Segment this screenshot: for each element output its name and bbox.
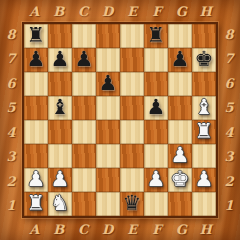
coordinate-label: F — [145, 0, 170, 22]
square-c2[interactable] — [72, 168, 96, 192]
square-c3[interactable] — [72, 144, 96, 168]
square-f7[interactable] — [144, 48, 168, 72]
square-c5[interactable] — [72, 96, 96, 120]
coordinate-label: 1 — [0, 194, 22, 219]
file-labels-top: ABCDEFGH — [22, 0, 218, 22]
square-g2[interactable]: ♚ — [168, 168, 192, 192]
square-g3[interactable]: ♟ — [168, 144, 192, 168]
square-b5[interactable]: ♝ — [48, 96, 72, 120]
piece-white-pawn[interactable]: ♟ — [51, 169, 70, 190]
square-e8[interactable] — [120, 24, 144, 48]
square-g7[interactable]: ♟ — [168, 48, 192, 72]
coordinate-label: 6 — [218, 71, 240, 96]
chess-board: ♜♜♟♟♟♟♚♟♝♟♝♜♟♟♟♟♚♟♜♞♛ — [22, 22, 218, 218]
coordinate-label: 4 — [0, 120, 22, 145]
coordinate-label: H — [194, 218, 219, 240]
square-e2[interactable] — [120, 168, 144, 192]
coordinate-label: A — [22, 218, 47, 240]
square-c4[interactable] — [72, 120, 96, 144]
square-b8[interactable] — [48, 24, 72, 48]
coordinate-label: 3 — [0, 145, 22, 170]
square-a8[interactable]: ♜ — [24, 24, 48, 48]
coordinate-label: 5 — [0, 96, 22, 121]
square-g1[interactable] — [168, 192, 192, 216]
square-c1[interactable] — [72, 192, 96, 216]
square-a1[interactable]: ♜ — [24, 192, 48, 216]
coordinate-label: 8 — [218, 22, 240, 47]
piece-white-pawn[interactable]: ♟ — [27, 169, 46, 190]
piece-black-rook[interactable]: ♜ — [27, 25, 46, 46]
square-g4[interactable] — [168, 120, 192, 144]
coordinate-label: H — [194, 0, 219, 22]
square-b2[interactable]: ♟ — [48, 168, 72, 192]
coordinate-label: E — [120, 218, 145, 240]
piece-black-pawn[interactable]: ♟ — [75, 49, 94, 70]
square-h5[interactable]: ♝ — [192, 96, 216, 120]
square-d7[interactable] — [96, 48, 120, 72]
square-f8[interactable]: ♜ — [144, 24, 168, 48]
rank-labels-right: 87654321 — [218, 22, 240, 218]
piece-white-pawn[interactable]: ♟ — [147, 169, 166, 190]
square-b3[interactable] — [48, 144, 72, 168]
piece-black-pawn[interactable]: ♟ — [171, 49, 190, 70]
coordinate-label: C — [71, 0, 96, 22]
piece-black-pawn[interactable]: ♟ — [147, 97, 166, 118]
square-a3[interactable] — [24, 144, 48, 168]
square-a6[interactable] — [24, 72, 48, 96]
coordinate-label: G — [169, 0, 194, 22]
square-c8[interactable] — [72, 24, 96, 48]
square-d6[interactable]: ♟ — [96, 72, 120, 96]
square-b1[interactable]: ♞ — [48, 192, 72, 216]
coordinate-label: 2 — [218, 169, 240, 194]
square-a5[interactable] — [24, 96, 48, 120]
square-g5[interactable] — [168, 96, 192, 120]
square-h7[interactable]: ♚ — [192, 48, 216, 72]
square-f4[interactable] — [144, 120, 168, 144]
piece-white-pawn[interactable]: ♟ — [195, 169, 214, 190]
coordinate-label: B — [47, 218, 72, 240]
coordinate-label: B — [47, 0, 72, 22]
square-a7[interactable]: ♟ — [24, 48, 48, 72]
square-e1[interactable]: ♛ — [120, 192, 144, 216]
coordinate-label: E — [120, 0, 145, 22]
coordinate-label: 5 — [218, 96, 240, 121]
square-d3[interactable] — [96, 144, 120, 168]
coordinate-label: 3 — [218, 145, 240, 170]
square-e7[interactable] — [120, 48, 144, 72]
square-b7[interactable]: ♟ — [48, 48, 72, 72]
piece-black-rook[interactable]: ♜ — [147, 25, 166, 46]
square-f5[interactable]: ♟ — [144, 96, 168, 120]
coordinate-label: A — [22, 0, 47, 22]
coordinate-label: 7 — [0, 47, 22, 72]
piece-black-pawn[interactable]: ♟ — [27, 49, 46, 70]
square-g8[interactable] — [168, 24, 192, 48]
square-c6[interactable] — [72, 72, 96, 96]
square-a4[interactable] — [24, 120, 48, 144]
piece-black-pawn[interactable]: ♟ — [51, 49, 70, 70]
piece-white-king[interactable]: ♚ — [171, 169, 190, 190]
piece-black-bishop[interactable]: ♝ — [51, 97, 70, 118]
square-f3[interactable] — [144, 144, 168, 168]
piece-black-king[interactable]: ♚ — [195, 49, 214, 70]
square-e5[interactable] — [120, 96, 144, 120]
square-h4[interactable]: ♜ — [192, 120, 216, 144]
square-d5[interactable] — [96, 96, 120, 120]
square-f2[interactable]: ♟ — [144, 168, 168, 192]
square-f1[interactable] — [144, 192, 168, 216]
coordinate-label: F — [145, 218, 170, 240]
coordinate-label: 6 — [0, 71, 22, 96]
coordinate-label: 1 — [218, 194, 240, 219]
square-h6[interactable] — [192, 72, 216, 96]
square-h2[interactable]: ♟ — [192, 168, 216, 192]
square-c7[interactable]: ♟ — [72, 48, 96, 72]
square-f6[interactable] — [144, 72, 168, 96]
square-e4[interactable] — [120, 120, 144, 144]
coordinate-label: 8 — [0, 22, 22, 47]
square-e6[interactable] — [120, 72, 144, 96]
square-h3[interactable] — [192, 144, 216, 168]
coordinate-label: G — [169, 218, 194, 240]
piece-black-pawn[interactable]: ♟ — [99, 73, 118, 94]
square-h8[interactable] — [192, 24, 216, 48]
coordinate-label: 7 — [218, 47, 240, 72]
piece-white-rook[interactable]: ♜ — [27, 193, 46, 214]
piece-black-queen[interactable]: ♛ — [123, 193, 142, 214]
square-h1[interactable] — [192, 192, 216, 216]
coordinate-label: D — [96, 218, 121, 240]
rank-labels-left: 87654321 — [0, 22, 22, 218]
piece-white-bishop[interactable]: ♝ — [195, 97, 214, 118]
square-g6[interactable] — [168, 72, 192, 96]
chess-board-screenshot: ABCDEFGH ABCDEFGH 87654321 87654321 ♜♜♟♟… — [0, 0, 240, 240]
square-d4[interactable] — [96, 120, 120, 144]
piece-white-knight[interactable]: ♞ — [51, 193, 70, 214]
square-e3[interactable] — [120, 144, 144, 168]
coordinate-label: 4 — [218, 120, 240, 145]
coordinate-label: 2 — [0, 169, 22, 194]
piece-white-pawn[interactable]: ♟ — [171, 145, 190, 166]
coordinate-label: C — [71, 218, 96, 240]
square-d1[interactable] — [96, 192, 120, 216]
file-labels-bottom: ABCDEFGH — [22, 218, 218, 240]
piece-white-rook[interactable]: ♜ — [195, 121, 214, 142]
square-d8[interactable] — [96, 24, 120, 48]
square-d2[interactable] — [96, 168, 120, 192]
square-b4[interactable] — [48, 120, 72, 144]
square-a2[interactable]: ♟ — [24, 168, 48, 192]
square-b6[interactable] — [48, 72, 72, 96]
coordinate-label: D — [96, 0, 121, 22]
